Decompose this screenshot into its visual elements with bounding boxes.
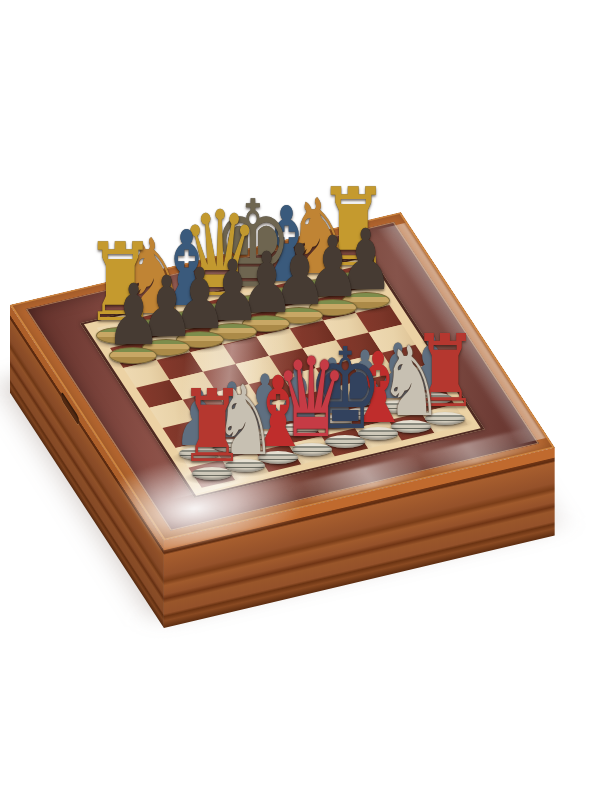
piece-dark-pawn-a7[interactable]: ♟	[101, 273, 165, 364]
piece-light-rook-a1[interactable]: ♜	[180, 377, 244, 480]
photo-scene: ♜♞♝♛♚♝♞♜♟♟♟♟♟♟♟♟♟♟♟♟♟♟♟♟♜♞♝♛♚♝♞♜	[0, 0, 600, 800]
pawn-glyph: ♟	[105, 273, 161, 357]
rook-glyph: ♜	[179, 377, 245, 477]
